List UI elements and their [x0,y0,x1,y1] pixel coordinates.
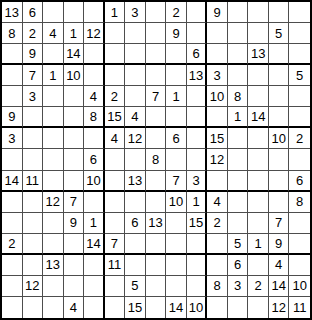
cell-r4c4-given: 10 [64,65,85,86]
cell-r1c11-given: 9 [207,2,228,23]
cell-r15c15-given: 11 [289,297,310,318]
cell-r14c10-empty[interactable] [187,276,208,297]
cell-r15c9-given: 14 [166,297,187,318]
cell-r6c7-given: 4 [125,107,146,128]
cell-r4c3-given: 1 [43,65,64,86]
cell-r3c15-empty[interactable] [289,44,310,65]
cell-r4c7-empty[interactable] [125,65,146,86]
cell-r1c9-given: 2 [166,2,187,23]
cell-r6c8-empty[interactable] [146,107,167,128]
cell-r2c12-empty[interactable] [228,23,249,44]
cell-r11c8-given: 13 [146,213,167,234]
cell-r11c2-empty[interactable] [23,213,44,234]
cell-r6c5-given: 8 [84,107,105,128]
cell-r10c3-given: 12 [43,192,64,213]
cell-r7c12-empty[interactable] [228,128,249,149]
cell-r15c8-empty[interactable] [146,297,167,318]
cell-r7c2-empty[interactable] [23,128,44,149]
cell-r4c8-empty[interactable] [146,65,167,86]
cell-r12c2-empty[interactable] [23,234,44,255]
cell-r4c10-given: 13 [187,65,208,86]
cell-r2c6-empty[interactable] [105,23,126,44]
cell-r6c11-empty[interactable] [207,107,228,128]
cell-r13c10-empty[interactable] [187,255,208,276]
cell-r4c12-empty[interactable] [228,65,249,86]
cell-r8c5-given: 6 [84,149,105,170]
cell-r10c9-given: 10 [166,192,187,213]
cell-r13c7-empty[interactable] [125,255,146,276]
cell-r8c9-empty[interactable] [166,149,187,170]
cell-r5c10-empty[interactable] [187,86,208,107]
cell-r13c3-given: 13 [43,255,64,276]
sudoku-board: 1361329824112959146137110133534271108981… [0,0,312,320]
cell-r8c4-empty[interactable] [64,149,85,170]
cell-r12c15-empty[interactable] [289,234,310,255]
cell-r13c12-given: 6 [228,255,249,276]
cell-r15c5-empty[interactable] [84,297,105,318]
cell-r8c8-given: 8 [146,149,167,170]
cell-r3c11-empty[interactable] [207,44,228,65]
cell-r10c7-empty[interactable] [125,192,146,213]
cell-r3c2-given: 9 [23,44,44,65]
cell-r12c12-given: 5 [228,234,249,255]
cell-r12c10-empty[interactable] [187,234,208,255]
cell-r13c5-empty[interactable] [84,255,105,276]
cell-r12c13-given: 1 [248,234,269,255]
cell-r8c2-empty[interactable] [23,149,44,170]
cell-r9c1-given: 14 [2,171,23,192]
cell-r1c6-given: 1 [105,2,126,23]
cell-r11c9-empty[interactable] [166,213,187,234]
cell-r3c13-given: 13 [248,44,269,65]
cell-r5c12-given: 8 [228,86,249,107]
cell-r1c10-empty[interactable] [187,2,208,23]
cell-r1c2-given: 6 [23,2,44,23]
cell-r11c7-given: 6 [125,213,146,234]
cell-r1c1-given: 13 [2,2,23,23]
cell-r7c3-empty[interactable] [43,128,64,149]
cell-r8c13-empty[interactable] [248,149,269,170]
cell-r14c3-empty[interactable] [43,276,64,297]
cell-r5c9-given: 1 [166,86,187,107]
cell-r3c4-given: 14 [64,44,85,65]
cell-r15c14-given: 12 [269,297,290,318]
cell-r11c12-empty[interactable] [228,213,249,234]
cell-r5c3-empty[interactable] [43,86,64,107]
cell-r2c13-empty[interactable] [248,23,269,44]
cell-r1c5-empty[interactable] [84,2,105,23]
cell-r11c1-empty[interactable] [2,213,23,234]
cell-r6c3-empty[interactable] [43,107,64,128]
cell-r13c6-given: 11 [105,255,126,276]
cell-r9c7-given: 13 [125,171,146,192]
cell-r8c11-given: 12 [207,149,228,170]
cell-r3c5-empty[interactable] [84,44,105,65]
cell-r9c9-given: 7 [166,171,187,192]
cell-r2c15-empty[interactable] [289,23,310,44]
cell-r2c4-given: 1 [64,23,85,44]
cell-r2c3-given: 4 [43,23,64,44]
cell-r7c5-empty[interactable] [84,128,105,149]
cell-r2c7-empty[interactable] [125,23,146,44]
cell-r6c6-given: 15 [105,107,126,128]
cell-r4c14-empty[interactable] [269,65,290,86]
cell-r3c1-empty[interactable] [2,44,23,65]
cell-r5c8-given: 7 [146,86,167,107]
cell-r8c3-empty[interactable] [43,149,64,170]
cell-r4c9-empty[interactable] [166,65,187,86]
cell-r3c8-empty[interactable] [146,44,167,65]
cell-r6c9-empty[interactable] [166,107,187,128]
cell-r6c14-empty[interactable] [269,107,290,128]
cell-r5c14-empty[interactable] [269,86,290,107]
cell-r3c6-empty[interactable] [105,44,126,65]
cell-r2c11-empty[interactable] [207,23,228,44]
cell-r3c3-empty[interactable] [43,44,64,65]
cell-r11c6-empty[interactable] [105,213,126,234]
cell-r12c6-given: 7 [105,234,126,255]
cell-r8c7-empty[interactable] [125,149,146,170]
cell-r5c5-given: 4 [84,86,105,107]
cell-r6c13-given: 14 [248,107,269,128]
cell-r8c10-empty[interactable] [187,149,208,170]
cell-r11c15-empty[interactable] [289,213,310,234]
cell-r5c11-given: 10 [207,86,228,107]
cell-r10c8-empty[interactable] [146,192,167,213]
cell-r4c13-empty[interactable] [248,65,269,86]
cell-r13c4-empty[interactable] [64,255,85,276]
cell-r13c9-empty[interactable] [166,255,187,276]
cell-r11c5-given: 1 [84,213,105,234]
cell-r13c2-empty[interactable] [23,255,44,276]
cell-r13c14-given: 4 [269,255,290,276]
cell-r15c10-given: 10 [187,297,208,318]
cell-r2c8-empty[interactable] [146,23,167,44]
cell-r12c1-given: 2 [2,234,23,255]
cell-r8c12-empty[interactable] [228,149,249,170]
cell-r4c6-empty[interactable] [105,65,126,86]
cell-r13c8-empty[interactable] [146,255,167,276]
cell-r5c4-empty[interactable] [64,86,85,107]
cell-r1c3-empty[interactable] [43,2,64,23]
cell-r12c14-given: 9 [269,234,290,255]
cell-r3c10-given: 6 [187,44,208,65]
cell-r2c2-given: 2 [23,23,44,44]
cell-r15c13-empty[interactable] [248,297,269,318]
cell-r6c2-empty[interactable] [23,107,44,128]
cell-r15c4-given: 4 [64,297,85,318]
cell-r11c3-empty[interactable] [43,213,64,234]
cell-r9c12-empty[interactable] [228,171,249,192]
cell-r9c13-empty[interactable] [248,171,269,192]
cell-r1c8-empty[interactable] [146,2,167,23]
cell-r10c4-given: 7 [64,192,85,213]
cell-r15c1-empty[interactable] [2,297,23,318]
cell-r12c3-empty[interactable] [43,234,64,255]
cell-r2c1-given: 8 [2,23,23,44]
cell-r5c1-empty[interactable] [2,86,23,107]
cell-r14c4-empty[interactable] [64,276,85,297]
cell-r7c4-empty[interactable] [64,128,85,149]
cell-r14c14-given: 14 [269,276,290,297]
cell-r9c4-empty[interactable] [64,171,85,192]
cell-r1c4-empty[interactable] [64,2,85,23]
cell-r4c5-empty[interactable] [84,65,105,86]
cell-r14c6-empty[interactable] [105,276,126,297]
cell-r10c2-empty[interactable] [23,192,44,213]
cell-r7c14-given: 10 [269,128,290,149]
cell-r14c2-given: 12 [23,276,44,297]
cell-r7c6-given: 4 [105,128,126,149]
cell-r1c7-given: 3 [125,2,146,23]
cell-r5c15-empty[interactable] [289,86,310,107]
cell-r9c3-empty[interactable] [43,171,64,192]
cell-r10c1-empty[interactable] [2,192,23,213]
cell-r9c2-given: 11 [23,171,44,192]
cell-r5c7-empty[interactable] [125,86,146,107]
cell-r11c10-given: 15 [187,213,208,234]
cell-r3c14-empty[interactable] [269,44,290,65]
cell-r8c1-empty[interactable] [2,149,23,170]
cell-r15c3-empty[interactable] [43,297,64,318]
cell-r9c8-empty[interactable] [146,171,167,192]
cell-r4c2-given: 7 [23,65,44,86]
cell-r1c15-empty[interactable] [289,2,310,23]
cell-r5c2-given: 3 [23,86,44,107]
cell-r5c13-empty[interactable] [248,86,269,107]
cell-r7c1-given: 3 [2,128,23,149]
cell-r2c5-given: 12 [84,23,105,44]
cell-r14c1-empty[interactable] [2,276,23,297]
cell-r7c8-empty[interactable] [146,128,167,149]
cell-r2c9-given: 9 [166,23,187,44]
cell-r11c14-given: 7 [269,213,290,234]
cell-r11c13-empty[interactable] [248,213,269,234]
cell-r4c1-empty[interactable] [2,65,23,86]
cell-r14c8-empty[interactable] [146,276,167,297]
cell-r15c7-given: 15 [125,297,146,318]
cell-r10c11-given: 4 [207,192,228,213]
cell-r9c5-given: 10 [84,171,105,192]
cell-r7c9-given: 6 [166,128,187,149]
cell-r10c12-empty[interactable] [228,192,249,213]
cell-r7c10-empty[interactable] [187,128,208,149]
cell-r8c14-empty[interactable] [269,149,290,170]
cell-r6c1-given: 9 [2,107,23,128]
cell-r1c14-empty[interactable] [269,2,290,23]
cell-r13c1-empty[interactable] [2,255,23,276]
cell-r5c6-given: 2 [105,86,126,107]
cell-r3c12-empty[interactable] [228,44,249,65]
cell-r14c12-given: 3 [228,276,249,297]
cell-r6c10-empty[interactable] [187,107,208,128]
cell-r15c12-empty[interactable] [228,297,249,318]
cell-r8c15-empty[interactable] [289,149,310,170]
cell-r9c11-empty[interactable] [207,171,228,192]
cell-r10c6-empty[interactable] [105,192,126,213]
cell-r12c8-empty[interactable] [146,234,167,255]
cell-r2c14-given: 5 [269,23,290,44]
cell-r10c13-empty[interactable] [248,192,269,213]
cell-r10c14-empty[interactable] [269,192,290,213]
cell-r12c9-empty[interactable] [166,234,187,255]
cell-r12c4-empty[interactable] [64,234,85,255]
cell-r14c15-given: 10 [289,276,310,297]
cell-r15c11-empty[interactable] [207,297,228,318]
cell-r14c7-given: 5 [125,276,146,297]
cell-r12c7-empty[interactable] [125,234,146,255]
cell-r2c10-empty[interactable] [187,23,208,44]
cell-r14c5-empty[interactable] [84,276,105,297]
cell-r3c7-empty[interactable] [125,44,146,65]
cell-r6c4-empty[interactable] [64,107,85,128]
cell-r4c15-given: 5 [289,65,310,86]
cell-r6c12-given: 1 [228,107,249,128]
cell-r1c12-empty[interactable] [228,2,249,23]
cell-r9c14-empty[interactable] [269,171,290,192]
cell-r7c7-given: 12 [125,128,146,149]
cell-r10c15-given: 8 [289,192,310,213]
cell-r4c11-given: 3 [207,65,228,86]
cell-r10c5-empty[interactable] [84,192,105,213]
cell-r9c10-given: 3 [187,171,208,192]
cell-r9c6-empty[interactable] [105,171,126,192]
cell-r3c9-empty[interactable] [166,44,187,65]
cell-r1c13-empty[interactable] [248,2,269,23]
cell-r7c13-empty[interactable] [248,128,269,149]
cell-r13c13-empty[interactable] [248,255,269,276]
cell-r12c11-empty[interactable] [207,234,228,255]
cell-r12c5-given: 14 [84,234,105,255]
cell-r14c9-empty[interactable] [166,276,187,297]
cell-r11c11-given: 2 [207,213,228,234]
cell-r6c15-empty[interactable] [289,107,310,128]
cell-r11c4-given: 9 [64,213,85,234]
cell-r13c15-empty[interactable] [289,255,310,276]
cell-r14c11-given: 8 [207,276,228,297]
cell-r14c13-given: 2 [248,276,269,297]
cell-r13c11-empty[interactable] [207,255,228,276]
cell-r8c6-empty[interactable] [105,149,126,170]
cell-r15c6-empty[interactable] [105,297,126,318]
cell-r15c2-empty[interactable] [23,297,44,318]
cell-r9c15-given: 6 [289,171,310,192]
cell-r10c10-given: 1 [187,192,208,213]
cell-r7c15-given: 2 [289,128,310,149]
cell-r7c11-given: 15 [207,128,228,149]
